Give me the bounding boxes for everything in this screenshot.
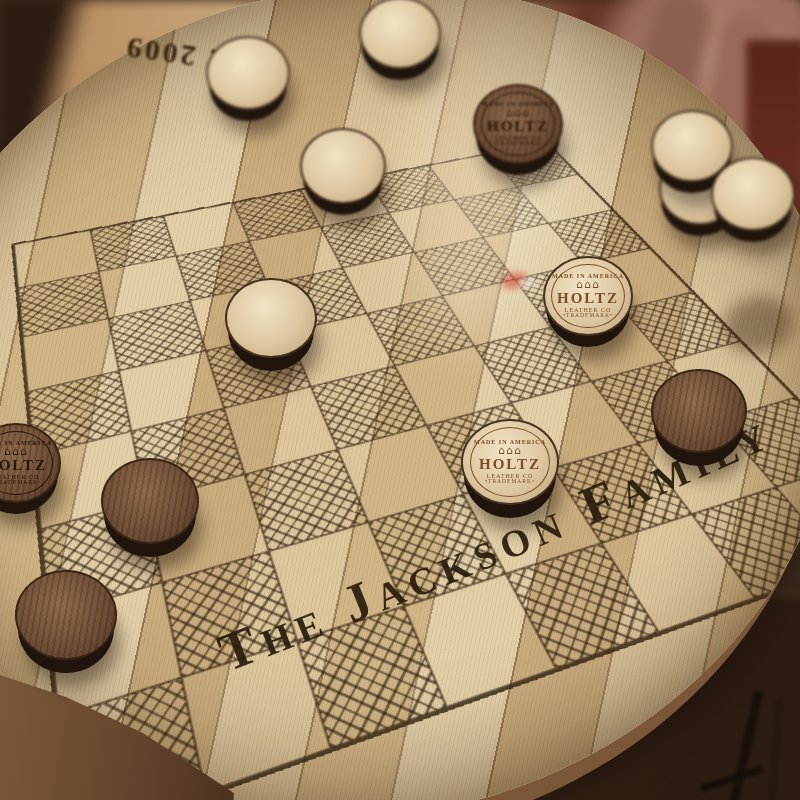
piece-face: MADE IN AMERICA⌂⌂⌂HOLTZLEATHER CO•TRADEM…	[543, 256, 633, 335]
piece-face	[15, 570, 117, 660]
piece-face: MADE IN AMERICA⌂⌂⌂HOLTZLEATHER CO•TRADEM…	[473, 84, 563, 163]
checker-dark-g1[interactable]	[651, 369, 747, 453]
logo-ring	[481, 92, 555, 157]
piece-face	[101, 458, 199, 544]
checker-light-e5[interactable]: MADE IN AMERICA⌂⌂⌂HOLTZLEATHER CO•TRADEM…	[543, 256, 633, 335]
checker-dark-a3[interactable]: MADE IN AMERICA⌂⌂⌂HOLTZLEATHER CO•TRADEM…	[0, 423, 61, 502]
checker-light-f2[interactable]: MADE IN AMERICA⌂⌂⌂HOLTZLEATHER CO•TRADEM…	[461, 419, 559, 505]
piece-face	[711, 157, 795, 231]
checker-light-d8[interactable]	[359, 0, 441, 69]
piece-face	[359, 0, 441, 69]
captured-checker-light[interactable]	[711, 157, 795, 231]
piece-face	[651, 369, 747, 453]
checker-dark-e7[interactable]: MADE IN AMERICA⌂⌂⌂HOLTZLEATHER CO•TRADEM…	[473, 84, 563, 163]
checker-dark-b2[interactable]	[101, 458, 199, 544]
checker-dark-a1[interactable]	[15, 570, 117, 660]
logo-ring	[470, 427, 551, 498]
logo-ring	[551, 264, 625, 329]
photo-scene: Est. 2009 The Jackson Family MADE IN AME…	[0, 0, 800, 800]
checker-light-d6[interactable]	[300, 128, 386, 204]
piece-face	[206, 36, 290, 110]
piece-face: MADE IN AMERICA⌂⌂⌂HOLTZLEATHER CO•TRADEM…	[461, 419, 559, 505]
checker-light-c5[interactable]	[225, 278, 317, 359]
piece-face	[300, 128, 386, 204]
checker-light-b8[interactable]	[206, 36, 290, 110]
piece-face	[225, 278, 317, 359]
